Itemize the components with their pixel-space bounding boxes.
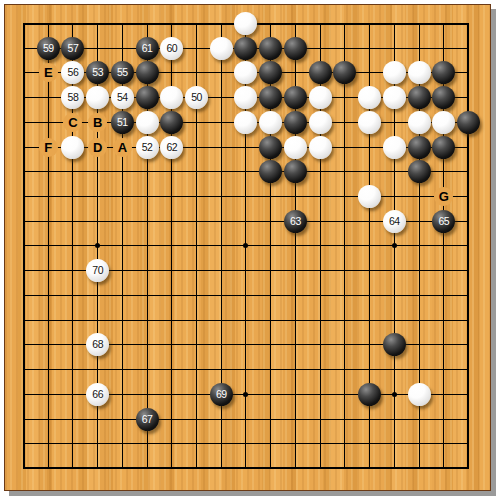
white-stone[interactable]: [432, 111, 455, 134]
black-stone-move-55[interactable]: 55: [111, 61, 134, 84]
point-label-C[interactable]: C: [63, 113, 82, 132]
black-stone[interactable]: [408, 86, 431, 109]
white-stone-move-64[interactable]: 64: [383, 210, 406, 233]
black-stone-move-57[interactable]: 57: [61, 37, 84, 60]
white-stone[interactable]: [234, 61, 257, 84]
point-label-E[interactable]: E: [39, 63, 58, 82]
white-stone[interactable]: [234, 86, 257, 109]
white-stone[interactable]: [234, 12, 257, 35]
black-stone[interactable]: [309, 61, 332, 84]
white-stone[interactable]: [234, 111, 257, 134]
white-stone[interactable]: [210, 37, 233, 60]
black-stone-move-51[interactable]: 51: [111, 111, 134, 134]
white-stone[interactable]: [408, 111, 431, 134]
white-stone-move-66[interactable]: 66: [86, 383, 109, 406]
black-stone[interactable]: [259, 86, 282, 109]
white-stone[interactable]: [408, 61, 431, 84]
white-stone[interactable]: [383, 86, 406, 109]
white-stone-move-62[interactable]: 62: [160, 136, 183, 159]
white-stone-move-50[interactable]: 50: [185, 86, 208, 109]
point-label-D[interactable]: D: [88, 138, 107, 157]
board-layer: 5957616056535558545051526263646570686669…: [0, 0, 500, 500]
white-stone[interactable]: [259, 111, 282, 134]
black-stone-move-63[interactable]: 63: [284, 210, 307, 233]
grid-line-horizontal: [23, 320, 470, 321]
white-stone-move-54[interactable]: 54: [111, 86, 134, 109]
white-stone-move-70[interactable]: 70: [86, 259, 109, 282]
white-stone[interactable]: [86, 86, 109, 109]
grid-line-horizontal: [23, 467, 470, 469]
black-stone-move-69[interactable]: 69: [210, 383, 233, 406]
white-stone[interactable]: [358, 111, 381, 134]
white-stone[interactable]: [136, 111, 159, 134]
black-stone[interactable]: [408, 160, 431, 183]
black-stone[interactable]: [432, 61, 455, 84]
black-stone-move-53[interactable]: 53: [86, 61, 109, 84]
grid-line-horizontal: [23, 419, 470, 420]
white-stone[interactable]: [160, 86, 183, 109]
white-stone[interactable]: [309, 111, 332, 134]
white-stone-move-52[interactable]: 52: [136, 136, 159, 159]
black-stone[interactable]: [284, 160, 307, 183]
white-stone[interactable]: [408, 383, 431, 406]
star-point: [243, 243, 248, 248]
black-stone[interactable]: [284, 86, 307, 109]
point-label-A[interactable]: A: [113, 138, 132, 157]
grid-line-horizontal: [23, 369, 470, 370]
go-board-diagram: 5957616056535558545051526263646570686669…: [0, 0, 500, 500]
black-stone[interactable]: [259, 160, 282, 183]
black-stone[interactable]: [432, 136, 455, 159]
black-stone[interactable]: [333, 61, 356, 84]
white-stone[interactable]: [383, 61, 406, 84]
star-point: [243, 392, 248, 397]
white-stone-move-60[interactable]: 60: [160, 37, 183, 60]
black-stone-move-67[interactable]: 67: [136, 408, 159, 431]
black-stone[interactable]: [259, 61, 282, 84]
black-stone[interactable]: [284, 37, 307, 60]
grid-line-horizontal: [23, 443, 470, 444]
white-stone[interactable]: [61, 136, 84, 159]
grid-line-vertical: [344, 23, 345, 470]
black-stone[interactable]: [408, 136, 431, 159]
black-stone-move-59[interactable]: 59: [37, 37, 60, 60]
white-stone-move-58[interactable]: 58: [61, 86, 84, 109]
white-stone-move-68[interactable]: 68: [86, 333, 109, 356]
white-stone[interactable]: [358, 185, 381, 208]
black-stone[interactable]: [234, 37, 257, 60]
star-point: [392, 243, 397, 248]
black-stone[interactable]: [284, 111, 307, 134]
star-point: [392, 392, 397, 397]
black-stone-move-61[interactable]: 61: [136, 37, 159, 60]
white-stone[interactable]: [383, 136, 406, 159]
point-label-B[interactable]: B: [88, 113, 107, 132]
black-stone[interactable]: [432, 86, 455, 109]
black-stone[interactable]: [457, 111, 480, 134]
black-stone[interactable]: [136, 61, 159, 84]
grid-line-vertical: [467, 23, 469, 470]
white-stone[interactable]: [309, 136, 332, 159]
black-stone[interactable]: [259, 136, 282, 159]
white-stone-move-56[interactable]: 56: [61, 61, 84, 84]
black-stone[interactable]: [160, 111, 183, 134]
white-stone[interactable]: [309, 86, 332, 109]
point-label-G[interactable]: G: [434, 187, 453, 206]
black-stone[interactable]: [136, 86, 159, 109]
white-stone[interactable]: [358, 86, 381, 109]
black-stone[interactable]: [383, 333, 406, 356]
star-point: [95, 243, 100, 248]
point-label-F[interactable]: F: [39, 138, 58, 157]
black-stone[interactable]: [358, 383, 381, 406]
white-stone[interactable]: [284, 136, 307, 159]
black-stone[interactable]: [259, 37, 282, 60]
grid-line-horizontal: [23, 295, 470, 296]
black-stone-move-65[interactable]: 65: [432, 210, 455, 233]
